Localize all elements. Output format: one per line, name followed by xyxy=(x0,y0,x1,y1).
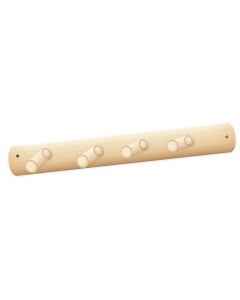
product-photo xyxy=(0,0,240,300)
right-screw-pit xyxy=(225,135,228,138)
left-screw-pit xyxy=(16,154,19,157)
